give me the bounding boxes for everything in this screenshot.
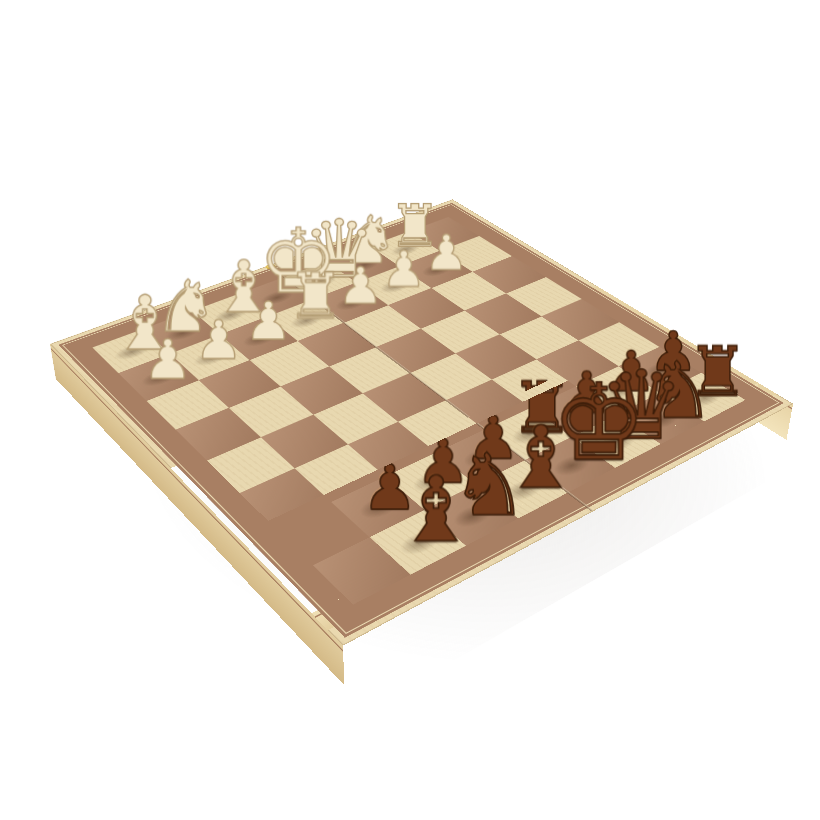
white-pawn-a7[interactable]: ♟	[138, 333, 197, 385]
perspective-container: ♝♞♝♚♛♞♜♟♟♟♜♟♟♟♟♟♟♜♟♟♟♝♞♝♚♛♞♜	[0, 0, 820, 820]
board-surface: ♝♞♝♚♛♞♜♟♟♟♜♟♟♟♟♟♟♜♟♟♟♝♞♝♚♛♞♜	[50, 200, 793, 646]
folding-chess-board: ♝♞♝♚♛♞♜♟♟♟♜♟♟♟♟♟♟♜♟♟♟♝♞♝♚♛♞♜	[50, 200, 793, 646]
dark-bishop-b1[interactable]: ♝	[396, 468, 465, 554]
product-photo-stage: ♝♞♝♚♛♞♜♟♟♟♜♟♟♟♟♟♟♜♟♟♟♝♞♝♚♛♞♜	[0, 0, 820, 820]
